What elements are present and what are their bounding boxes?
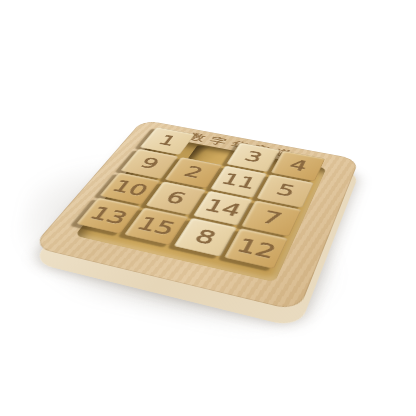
tile-number: 15 [133, 213, 180, 239]
tile-number: 9 [136, 154, 163, 172]
tile-number: 6 [162, 188, 190, 208]
tile-number: 10 [108, 177, 153, 200]
tile-number: 4 [287, 157, 311, 175]
tile-number: 7 [258, 207, 285, 229]
tile-number: 8 [191, 225, 220, 248]
tile-number: 12 [233, 234, 280, 262]
tile-number: 3 [241, 148, 265, 166]
tile-number: 14 [201, 195, 245, 220]
tile-number: 13 [85, 203, 132, 228]
tile-number: 2 [180, 163, 207, 182]
tile-number: 5 [273, 181, 298, 201]
product-photo: 数字华容道 134921151061471315812 [0, 0, 416, 416]
puzzle-grid: 134921151061471315812 [77, 137, 324, 280]
tile-number: 11 [218, 170, 260, 193]
tile-number: 1 [155, 132, 181, 149]
